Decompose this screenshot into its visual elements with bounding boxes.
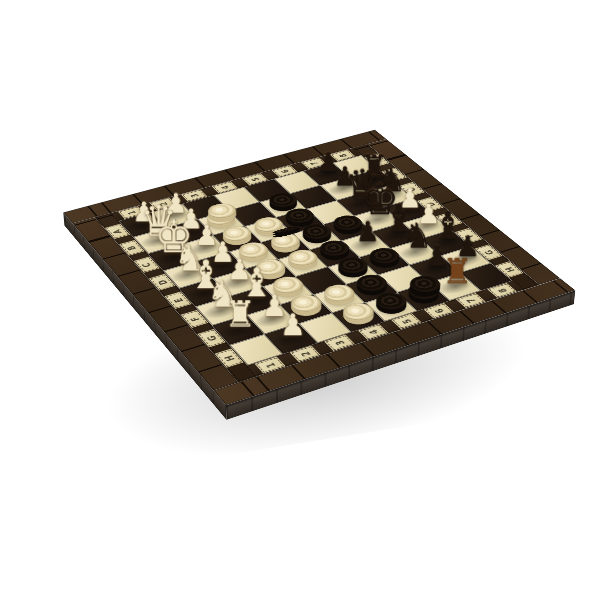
black-P-glyph: ♟ xyxy=(339,219,396,247)
white-P-glyph: ♟ xyxy=(262,311,324,341)
product-photo-scene: AABBCCDDEEFFGGHH1122334455667788 ♟♛♚♞♝♞♜… xyxy=(0,0,600,600)
